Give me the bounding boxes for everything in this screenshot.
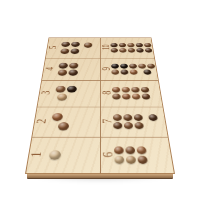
- wooden-bead[interactable]: [119, 48, 126, 52]
- wooden-bead[interactable]: [113, 122, 122, 129]
- bead-row: [112, 122, 165, 129]
- wooden-bead[interactable]: [132, 94, 141, 100]
- bead-row: [60, 48, 100, 53]
- cell-7-number: 7: [101, 118, 113, 125]
- wooden-bead[interactable]: [129, 64, 137, 69]
- bead-row: [111, 69, 157, 74]
- wooden-bead[interactable]: [119, 43, 126, 47]
- wooden-bead[interactable]: [131, 87, 140, 93]
- wooden-bead[interactable]: [84, 42, 93, 47]
- cell-2-number: 2: [35, 118, 48, 125]
- wooden-bead[interactable]: [134, 114, 143, 121]
- photo-canvas: 51049382716: [0, 0, 200, 200]
- wooden-bead[interactable]: [58, 69, 68, 75]
- wooden-bead[interactable]: [111, 69, 119, 74]
- wooden-bead[interactable]: [128, 48, 136, 52]
- bead-group-10: [110, 43, 153, 53]
- bead-group-1: [41, 150, 99, 159]
- wooden-bead[interactable]: [58, 122, 69, 130]
- bead-group-5: [56, 42, 99, 54]
- wooden-bead[interactable]: [122, 94, 131, 100]
- wooden-bead[interactable]: [145, 48, 153, 52]
- bead-row: [110, 43, 152, 47]
- bead-row: [113, 146, 170, 154]
- wooden-bead[interactable]: [60, 48, 69, 53]
- bead-row: [58, 63, 100, 69]
- bead-row: [110, 64, 155, 69]
- wooden-bead[interactable]: [112, 94, 120, 100]
- cell-4-number: 4: [44, 66, 55, 71]
- wooden-bead[interactable]: [148, 114, 158, 121]
- wooden-bead[interactable]: [111, 48, 118, 52]
- wooden-bead[interactable]: [113, 114, 122, 121]
- wooden-bead[interactable]: [137, 156, 147, 164]
- wooden-bead[interactable]: [134, 122, 144, 129]
- wooden-bead[interactable]: [68, 69, 78, 75]
- bead-row: [55, 86, 100, 93]
- bead-group-3: [49, 86, 99, 101]
- wooden-bead[interactable]: [61, 42, 70, 47]
- bead-row: [51, 113, 99, 121]
- bead-row: [111, 87, 159, 93]
- wooden-bead[interactable]: [136, 43, 144, 47]
- cell-3[interactable]: 3: [38, 80, 100, 106]
- bead-row: [112, 114, 164, 121]
- wooden-bead[interactable]: [71, 42, 80, 47]
- bead-row: [57, 69, 100, 75]
- wooden-bead[interactable]: [127, 43, 134, 47]
- wooden-bead[interactable]: [130, 69, 138, 74]
- wooden-bead[interactable]: [138, 64, 146, 69]
- cell-8[interactable]: 8: [100, 80, 162, 106]
- wooden-bead[interactable]: [122, 87, 130, 93]
- cell-2[interactable]: 2: [32, 107, 100, 137]
- cell-8-number: 8: [101, 90, 113, 96]
- wooden-bead[interactable]: [144, 43, 152, 47]
- wooden-bead[interactable]: [111, 64, 119, 69]
- bead-group-4: [53, 63, 99, 76]
- counting-board: 51049382716: [25, 38, 175, 174]
- wooden-bead[interactable]: [57, 94, 68, 101]
- cell-10-number: 10: [101, 45, 111, 50]
- cell-5[interactable]: 5: [46, 38, 100, 58]
- cell-10[interactable]: 10: [100, 38, 154, 58]
- wooden-bead[interactable]: [147, 64, 155, 69]
- bead-row: [110, 48, 153, 52]
- bead-group-8: [111, 87, 160, 100]
- wooden-bead[interactable]: [136, 48, 144, 52]
- wooden-bead[interactable]: [120, 69, 128, 74]
- cell-9[interactable]: 9: [100, 58, 158, 81]
- wooden-bead[interactable]: [112, 87, 120, 93]
- cell-3-number: 3: [40, 90, 52, 96]
- cell-5-number: 5: [48, 45, 59, 50]
- wooden-bead[interactable]: [58, 63, 68, 69]
- wooden-bead[interactable]: [123, 114, 132, 121]
- wooden-bead[interactable]: [114, 156, 124, 164]
- wooden-bead[interactable]: [136, 146, 146, 154]
- bead-row: [113, 156, 171, 164]
- wooden-bead[interactable]: [67, 86, 77, 93]
- cell-6[interactable]: 6: [100, 137, 174, 173]
- wooden-bead[interactable]: [69, 63, 78, 69]
- cell-7[interactable]: 7: [100, 107, 168, 137]
- wooden-bead[interactable]: [55, 86, 65, 93]
- wooden-bead[interactable]: [143, 69, 151, 74]
- wooden-bead[interactable]: [114, 146, 124, 154]
- bead-row: [50, 122, 99, 130]
- bead-group-7: [112, 114, 165, 129]
- bead-group-9: [110, 64, 156, 75]
- wooden-bead[interactable]: [142, 94, 151, 100]
- bead-group-2: [45, 113, 99, 130]
- wooden-bead[interactable]: [124, 122, 133, 129]
- cell-1[interactable]: 1: [26, 137, 100, 173]
- wooden-bead[interactable]: [120, 64, 128, 69]
- wooden-bead[interactable]: [141, 87, 150, 93]
- bead-row: [53, 94, 99, 101]
- wooden-bead[interactable]: [49, 150, 61, 159]
- cell-9-number: 9: [101, 66, 112, 71]
- wooden-bead[interactable]: [125, 146, 135, 154]
- bead-row: [46, 150, 99, 159]
- wooden-bead[interactable]: [110, 43, 117, 47]
- wooden-bead[interactable]: [126, 156, 136, 164]
- bead-row: [60, 42, 99, 48]
- wooden-bead[interactable]: [70, 48, 79, 53]
- cell-1-number: 1: [29, 150, 44, 159]
- bead-group-6: [113, 146, 171, 163]
- bead-row: [111, 94, 160, 100]
- wooden-bead[interactable]: [52, 113, 63, 121]
- cell-4[interactable]: 4: [42, 58, 100, 81]
- cell-6-number: 6: [101, 150, 115, 159]
